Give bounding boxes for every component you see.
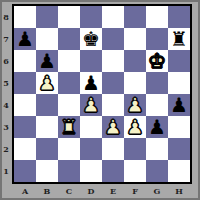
square-g3[interactable]: ♟ xyxy=(146,116,168,138)
square-g7[interactable] xyxy=(146,28,168,50)
square-d3[interactable] xyxy=(80,116,102,138)
file-label-g: G xyxy=(146,185,168,197)
square-a2[interactable] xyxy=(14,138,36,160)
square-e7[interactable] xyxy=(102,28,124,50)
square-a5[interactable] xyxy=(14,72,36,94)
rank-label-2: 2 xyxy=(1,138,11,160)
piece-white-pawn-f4[interactable]: ♟ xyxy=(124,94,146,116)
rank-label-8: 8 xyxy=(1,6,11,28)
rank-label-1: 1 xyxy=(1,160,11,182)
square-e4[interactable] xyxy=(102,94,124,116)
square-c5[interactable] xyxy=(58,72,80,94)
file-label-b: B xyxy=(36,185,58,197)
square-f4[interactable]: ♟ xyxy=(124,94,146,116)
chess-board-frame: ♟♚♜♟♚♟♟♟♟♟♜♟♟♟ 87654321 ABCDEFGH xyxy=(0,0,200,200)
square-d5[interactable]: ♟ xyxy=(80,72,102,94)
piece-white-king-g6[interactable]: ♚ xyxy=(146,50,168,72)
square-e3[interactable]: ♟ xyxy=(102,116,124,138)
square-d4[interactable]: ♟ xyxy=(80,94,102,116)
rank-label-5: 5 xyxy=(1,72,11,94)
square-b5[interactable]: ♟ xyxy=(36,72,58,94)
square-e5[interactable] xyxy=(102,72,124,94)
square-g6[interactable]: ♚ xyxy=(146,50,168,72)
square-g4[interactable] xyxy=(146,94,168,116)
piece-black-pawn-h4[interactable]: ♟ xyxy=(168,94,190,116)
square-h1[interactable] xyxy=(168,160,190,182)
rank-label-7: 7 xyxy=(1,28,11,50)
rank-label-6: 6 xyxy=(1,50,11,72)
square-c4[interactable] xyxy=(58,94,80,116)
square-b4[interactable] xyxy=(36,94,58,116)
square-f7[interactable] xyxy=(124,28,146,50)
piece-white-pawn-f3[interactable]: ♟ xyxy=(124,116,146,138)
square-d8[interactable] xyxy=(80,6,102,28)
piece-white-pawn-e3[interactable]: ♟ xyxy=(102,116,124,138)
square-h2[interactable] xyxy=(168,138,190,160)
piece-white-pawn-d4[interactable]: ♟ xyxy=(80,94,102,116)
square-e8[interactable] xyxy=(102,6,124,28)
file-label-h: H xyxy=(168,185,190,197)
square-a4[interactable] xyxy=(14,94,36,116)
square-b1[interactable] xyxy=(36,160,58,182)
square-c7[interactable] xyxy=(58,28,80,50)
square-f6[interactable] xyxy=(124,50,146,72)
square-f2[interactable] xyxy=(124,138,146,160)
square-a3[interactable] xyxy=(14,116,36,138)
square-h3[interactable] xyxy=(168,116,190,138)
square-d7[interactable]: ♚ xyxy=(80,28,102,50)
square-d2[interactable] xyxy=(80,138,102,160)
square-b6[interactable]: ♟ xyxy=(36,50,58,72)
square-c6[interactable] xyxy=(58,50,80,72)
file-label-a: A xyxy=(14,185,36,197)
piece-white-rook-c3[interactable]: ♜ xyxy=(58,116,80,138)
square-f8[interactable] xyxy=(124,6,146,28)
square-b7[interactable] xyxy=(36,28,58,50)
square-h4[interactable]: ♟ xyxy=(168,94,190,116)
square-g8[interactable] xyxy=(146,6,168,28)
square-g5[interactable] xyxy=(146,72,168,94)
square-f1[interactable] xyxy=(124,160,146,182)
square-b8[interactable] xyxy=(36,6,58,28)
square-f5[interactable] xyxy=(124,72,146,94)
file-label-f: F xyxy=(124,185,146,197)
square-g2[interactable] xyxy=(146,138,168,160)
square-a7[interactable]: ♟ xyxy=(14,28,36,50)
piece-black-pawn-a7[interactable]: ♟ xyxy=(14,28,36,50)
square-a6[interactable] xyxy=(14,50,36,72)
square-h8[interactable] xyxy=(168,6,190,28)
file-label-d: D xyxy=(80,185,102,197)
square-a1[interactable] xyxy=(14,160,36,182)
file-label-e: E xyxy=(102,185,124,197)
rank-label-4: 4 xyxy=(1,94,11,116)
square-e1[interactable] xyxy=(102,160,124,182)
square-c8[interactable] xyxy=(58,6,80,28)
square-d1[interactable] xyxy=(80,160,102,182)
rank-label-3: 3 xyxy=(1,116,11,138)
square-f3[interactable]: ♟ xyxy=(124,116,146,138)
square-a8[interactable] xyxy=(14,6,36,28)
square-e6[interactable] xyxy=(102,50,124,72)
square-e2[interactable] xyxy=(102,138,124,160)
square-h5[interactable] xyxy=(168,72,190,94)
square-c2[interactable] xyxy=(58,138,80,160)
square-g1[interactable] xyxy=(146,160,168,182)
piece-black-king-d7[interactable]: ♚ xyxy=(80,28,102,50)
square-c3[interactable]: ♜ xyxy=(58,116,80,138)
piece-white-pawn-b5[interactable]: ♟ xyxy=(36,72,58,94)
chess-board: ♟♚♜♟♚♟♟♟♟♟♜♟♟♟ xyxy=(12,4,192,184)
piece-black-rook-h7[interactable]: ♜ xyxy=(168,28,190,50)
piece-black-pawn-g3[interactable]: ♟ xyxy=(146,116,168,138)
piece-black-pawn-d5[interactable]: ♟ xyxy=(80,72,102,94)
square-h7[interactable]: ♜ xyxy=(168,28,190,50)
square-d6[interactable] xyxy=(80,50,102,72)
piece-black-pawn-b6[interactable]: ♟ xyxy=(36,50,58,72)
file-label-c: C xyxy=(58,185,80,197)
square-c1[interactable] xyxy=(58,160,80,182)
square-b2[interactable] xyxy=(36,138,58,160)
square-h6[interactable] xyxy=(168,50,190,72)
square-b3[interactable] xyxy=(36,116,58,138)
